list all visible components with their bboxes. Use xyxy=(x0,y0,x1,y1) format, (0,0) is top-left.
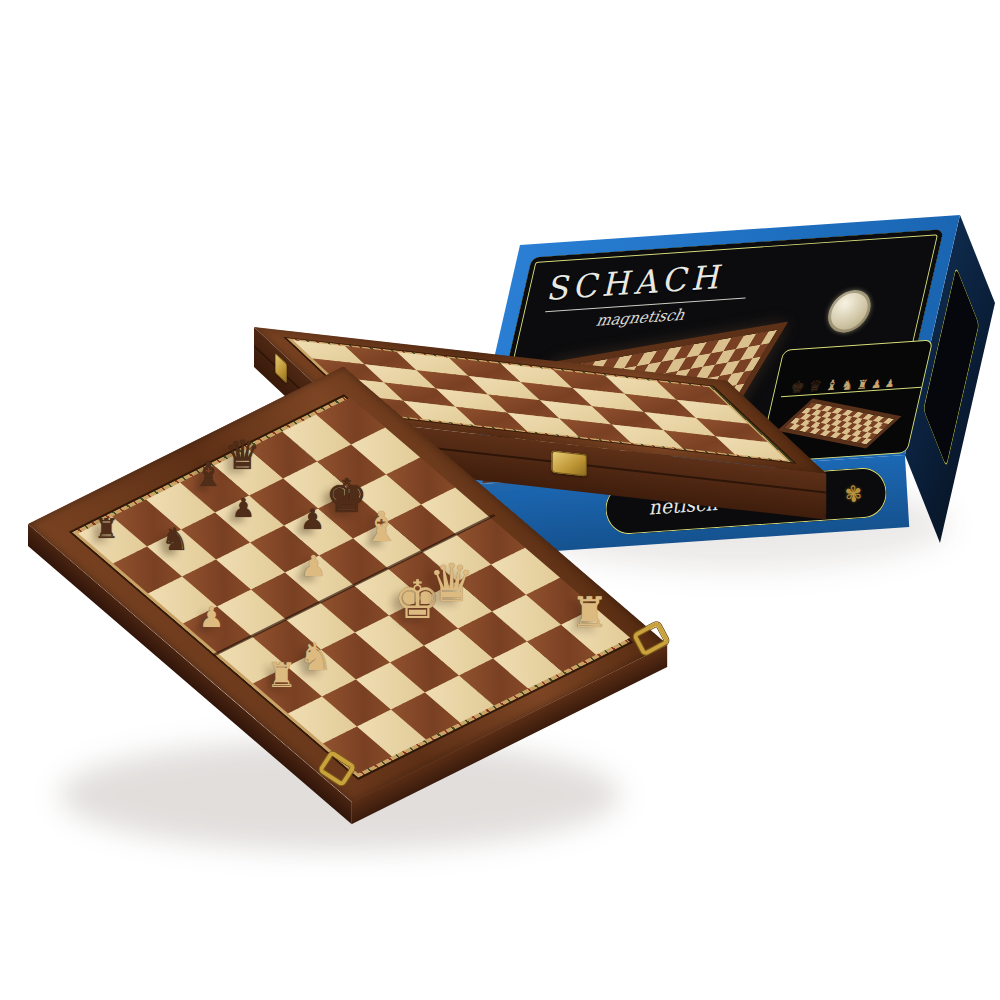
inset-piece-icon: ♟ xyxy=(884,378,896,389)
inset-piece-icon: ♞ xyxy=(840,378,855,392)
inset-piece-icon: ♟ xyxy=(870,378,883,390)
chess-piece-dark-p: ♟ xyxy=(232,494,255,520)
inset-piece-icon: ♜ xyxy=(856,378,870,391)
box-artwork-pieces: ♟♟♙♟♙ xyxy=(532,229,944,257)
chess-piece-light-q: ♛ xyxy=(428,557,475,609)
brass-latch-icon xyxy=(552,451,587,477)
chess-piece-dark-b: ♝ xyxy=(193,457,223,491)
box-inset-folded-board xyxy=(777,399,901,449)
inset-piece-icon: ♛ xyxy=(807,378,824,394)
chess-piece-light-p: ♟ xyxy=(199,603,224,631)
box-subtitle: magnetisch xyxy=(595,305,687,329)
inset-piece-icon: ♝ xyxy=(824,378,840,393)
box-medallion-icon xyxy=(824,289,875,334)
chess-piece-light-r: ♜ xyxy=(571,592,609,634)
chess-piece-light-b: ♝ xyxy=(363,507,400,548)
chess-piece-dark-q: ♛ xyxy=(225,435,261,475)
chess-piece-light-n: ♞ xyxy=(298,637,332,675)
chess-piece-dark-n: ♞ xyxy=(162,524,190,555)
chess-piece-dark-k: ♚ xyxy=(325,471,367,518)
chess-piece-dark-r: ♜ xyxy=(94,514,118,541)
chess-piece-light-r: ♜ xyxy=(266,658,296,692)
brand-emblem-icon: ✾ xyxy=(844,480,863,506)
chess-piece-light-p: ♟ xyxy=(301,551,327,580)
product-photo-stage: netisch ✾ SCHACH magnetisch ♟♟♙♟♙ ♚♛♝♞♜♟… xyxy=(0,0,1000,1000)
chess-piece-dark-p: ♟ xyxy=(300,505,325,533)
inset-piece-icon: ♚ xyxy=(789,378,807,395)
brass-latch-icon xyxy=(275,353,287,384)
box-inset-pieces-row: ♚♛♝♞♜♟♟ xyxy=(781,348,930,397)
